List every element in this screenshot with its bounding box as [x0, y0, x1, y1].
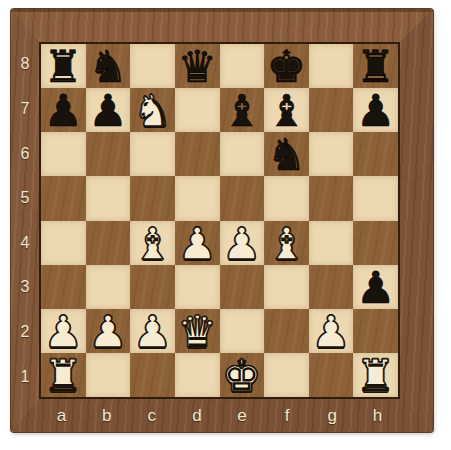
square-g3[interactable]	[309, 265, 354, 309]
square-a3[interactable]	[41, 265, 86, 309]
square-g7[interactable]	[309, 88, 354, 132]
square-e1[interactable]: ♚	[220, 353, 265, 397]
square-a5[interactable]	[41, 176, 86, 220]
square-f2[interactable]	[264, 309, 309, 353]
white-bishop[interactable]: ♝	[133, 222, 172, 266]
rank-labels: 87654321	[11, 42, 39, 399]
frame-top-edge	[11, 9, 433, 12]
rank-label-3: 3	[11, 265, 39, 310]
square-a2[interactable]: ♟	[41, 309, 86, 353]
black-bishop[interactable]: ♝	[267, 89, 306, 133]
square-g6[interactable]	[309, 132, 354, 176]
square-e6[interactable]	[220, 132, 265, 176]
square-b5[interactable]	[86, 176, 131, 220]
square-h1[interactable]: ♜	[353, 353, 398, 397]
square-h3[interactable]: ♟	[353, 265, 398, 309]
square-e7[interactable]: ♝	[220, 88, 265, 132]
file-label-b: b	[84, 399, 129, 432]
rank-label-1: 1	[11, 354, 39, 399]
square-c8[interactable]	[130, 44, 175, 88]
file-label-g: g	[310, 399, 355, 432]
square-e8[interactable]	[220, 44, 265, 88]
square-f6[interactable]: ♞	[264, 132, 309, 176]
square-d4[interactable]: ♟	[175, 221, 220, 265]
file-label-c: c	[129, 399, 174, 432]
black-king[interactable]: ♚	[267, 45, 306, 89]
square-h2[interactable]	[353, 309, 398, 353]
white-pawn[interactable]: ♟	[88, 310, 127, 354]
square-d7[interactable]	[175, 88, 220, 132]
black-knight[interactable]: ♞	[267, 133, 306, 177]
square-h7[interactable]: ♟	[353, 88, 398, 132]
white-pawn[interactable]: ♟	[177, 222, 216, 266]
square-c6[interactable]	[130, 132, 175, 176]
square-a4[interactable]	[41, 221, 86, 265]
square-a8[interactable]: ♜	[41, 44, 86, 88]
rank-label-7: 7	[11, 87, 39, 132]
square-g1[interactable]	[309, 353, 354, 397]
white-bishop[interactable]: ♝	[267, 222, 306, 266]
white-rook[interactable]: ♜	[356, 354, 395, 398]
square-c1[interactable]	[130, 353, 175, 397]
square-d2[interactable]: ♛	[175, 309, 220, 353]
rank-label-5: 5	[11, 176, 39, 221]
square-b6[interactable]	[86, 132, 131, 176]
square-g5[interactable]	[309, 176, 354, 220]
square-b1[interactable]	[86, 353, 131, 397]
square-a6[interactable]	[41, 132, 86, 176]
square-f4[interactable]: ♝	[264, 221, 309, 265]
square-c7[interactable]: ♞	[130, 88, 175, 132]
square-c4[interactable]: ♝	[130, 221, 175, 265]
square-g8[interactable]	[309, 44, 354, 88]
rank-label-2: 2	[11, 310, 39, 355]
white-pawn[interactable]: ♟	[133, 310, 172, 354]
square-h8[interactable]: ♜	[353, 44, 398, 88]
file-label-f: f	[265, 399, 310, 432]
black-pawn[interactable]: ♟	[44, 89, 83, 133]
square-e2[interactable]	[220, 309, 265, 353]
rank-label-8: 8	[11, 42, 39, 87]
square-c2[interactable]: ♟	[130, 309, 175, 353]
file-label-e: e	[220, 399, 265, 432]
black-rook[interactable]: ♜	[356, 45, 395, 89]
black-pawn[interactable]: ♟	[356, 266, 395, 310]
black-queen[interactable]: ♛	[177, 45, 216, 89]
square-d6[interactable]	[175, 132, 220, 176]
black-pawn[interactable]: ♟	[356, 89, 395, 133]
square-e4[interactable]: ♟	[220, 221, 265, 265]
white-rook[interactable]: ♜	[44, 354, 83, 398]
white-pawn[interactable]: ♟	[44, 310, 83, 354]
black-knight[interactable]: ♞	[88, 45, 127, 89]
square-f3[interactable]	[264, 265, 309, 309]
page: ♜♞♛♚♜♟♟♞♝♝♟♞♝♟♟♝♟♟♟♟♛♟♜♚♜ 87654321 abcde…	[0, 0, 451, 450]
square-h6[interactable]	[353, 132, 398, 176]
square-d5[interactable]	[175, 176, 220, 220]
square-f8[interactable]: ♚	[264, 44, 309, 88]
file-label-d: d	[174, 399, 219, 432]
file-labels: abcdefgh	[39, 399, 400, 432]
rank-label-6: 6	[11, 131, 39, 176]
square-g2[interactable]: ♟	[309, 309, 354, 353]
square-d1[interactable]	[175, 353, 220, 397]
square-a7[interactable]: ♟	[41, 88, 86, 132]
square-b8[interactable]: ♞	[86, 44, 131, 88]
white-king[interactable]: ♚	[222, 354, 261, 398]
white-queen[interactable]: ♛	[177, 310, 216, 354]
black-bishop[interactable]: ♝	[222, 89, 261, 133]
board-frame: ♜♞♛♚♜♟♟♞♝♝♟♞♝♟♟♝♟♟♟♟♛♟♜♚♜ 87654321 abcde…	[11, 9, 433, 432]
square-f5[interactable]	[264, 176, 309, 220]
file-label-h: h	[355, 399, 400, 432]
square-h4[interactable]	[353, 221, 398, 265]
square-e5[interactable]	[220, 176, 265, 220]
square-b2[interactable]: ♟	[86, 309, 131, 353]
square-b3[interactable]	[86, 265, 131, 309]
square-c3[interactable]	[130, 265, 175, 309]
black-pawn[interactable]: ♟	[88, 89, 127, 133]
rank-label-4: 4	[11, 221, 39, 266]
black-rook[interactable]: ♜	[44, 45, 83, 89]
square-e3[interactable]	[220, 265, 265, 309]
square-d8[interactable]: ♛	[175, 44, 220, 88]
square-f1[interactable]	[264, 353, 309, 397]
square-b7[interactable]: ♟	[86, 88, 131, 132]
square-h5[interactable]	[353, 176, 398, 220]
chess-board: ♜♞♛♚♜♟♟♞♝♝♟♞♝♟♟♝♟♟♟♟♛♟♜♚♜	[39, 42, 400, 399]
square-d3[interactable]	[175, 265, 220, 309]
white-pawn[interactable]: ♟	[222, 222, 261, 266]
square-f7[interactable]: ♝	[264, 88, 309, 132]
square-b4[interactable]	[86, 221, 131, 265]
square-c5[interactable]	[130, 176, 175, 220]
square-a1[interactable]: ♜	[41, 353, 86, 397]
white-pawn[interactable]: ♟	[311, 310, 350, 354]
square-g4[interactable]	[309, 221, 354, 265]
file-label-a: a	[39, 399, 84, 432]
white-knight[interactable]: ♞	[133, 89, 172, 133]
